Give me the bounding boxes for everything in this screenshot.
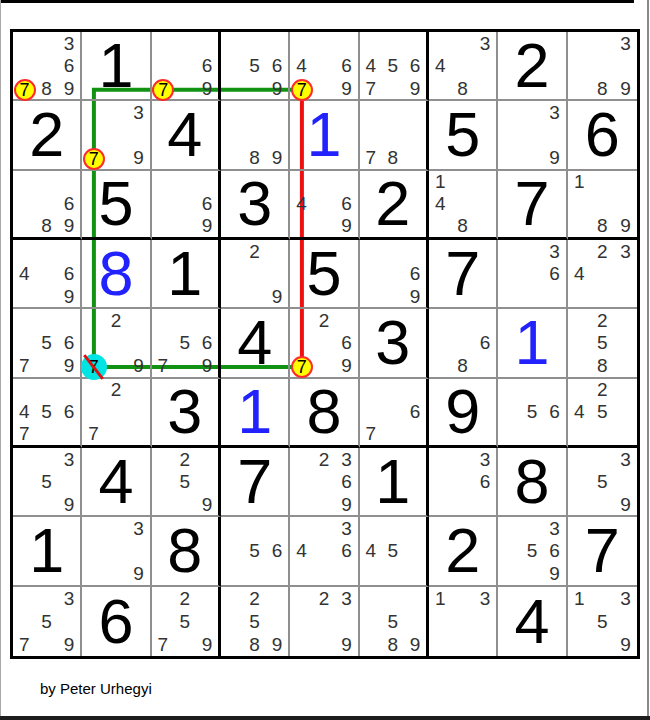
candidate-9: 9 <box>58 354 80 376</box>
candidate-3: 3 <box>127 101 149 123</box>
candidate-3: 3 <box>614 587 637 610</box>
cell-r9c6[interactable]: 589 <box>360 587 429 656</box>
cell-r7c4[interactable]: 7 <box>221 448 290 517</box>
given-digit: 4 <box>167 103 202 166</box>
cell-r5c8[interactable]: 1 <box>498 309 567 378</box>
candidate-4: 4 <box>360 54 382 76</box>
candidate-9: 9 <box>335 215 357 237</box>
candidate-9: 9 <box>614 633 637 656</box>
candidate-3: 3 <box>335 587 357 610</box>
candidate-8: 8 <box>382 633 404 656</box>
cell-r5c4[interactable]: 4 <box>221 309 290 378</box>
cell-r4c4[interactable]: 29 <box>221 240 290 309</box>
given-digit: 8 <box>306 380 341 443</box>
candidate-6: 6 <box>196 54 218 76</box>
cell-r7c8[interactable]: 8 <box>498 448 567 517</box>
candidate-6: 6 <box>335 54 357 76</box>
candidate-5: 5 <box>35 401 57 423</box>
cell-r4c8[interactable]: 36 <box>498 240 567 309</box>
cell-r6c9[interactable]: 245 <box>568 379 637 448</box>
cell-r7c9[interactable]: 359 <box>568 448 637 517</box>
candidate-7: 7 <box>152 77 174 99</box>
cell-r1c1[interactable]: 36789 <box>13 32 82 101</box>
cell-r4c9[interactable]: 234 <box>568 240 637 309</box>
sudoku-board: 3678916795694679456793482389237948917853… <box>10 29 640 659</box>
candidate-9: 9 <box>335 493 357 515</box>
candidate-8: 8 <box>35 215 57 237</box>
cell-r6c5[interactable]: 8 <box>290 379 359 448</box>
given-digit: 5 <box>306 242 341 305</box>
cell-r7c5[interactable]: 2369 <box>290 448 359 517</box>
cell-r8c9[interactable]: 7 <box>568 517 637 586</box>
candidate-2: 2 <box>243 587 265 610</box>
candidate-5: 5 <box>35 470 57 492</box>
candidate-9: 9 <box>127 354 149 376</box>
candidate-9: 9 <box>404 77 426 99</box>
candidate-9: 9 <box>58 493 80 515</box>
candidate-9: 9 <box>266 77 288 99</box>
candidate-4: 4 <box>13 262 35 284</box>
cell-r7c6[interactable]: 1 <box>360 448 429 517</box>
candidate-7: 7 <box>290 77 312 99</box>
candidate-5: 5 <box>174 332 196 354</box>
candidate-9: 9 <box>58 633 80 656</box>
solved-digit: 1 <box>306 103 341 166</box>
cell-r1c2[interactable]: 1 <box>82 32 151 101</box>
candidate-6: 6 <box>543 540 565 562</box>
candidate-9: 9 <box>58 285 80 307</box>
candidate-4: 4 <box>290 54 312 76</box>
candidate-6: 6 <box>404 401 426 423</box>
candidate-3: 3 <box>58 587 80 610</box>
candidate-3: 3 <box>58 32 80 54</box>
cell-r2c3[interactable]: 4 <box>152 101 221 170</box>
candidate-4: 4 <box>568 262 591 284</box>
candidate-7: 7 <box>290 354 312 376</box>
candidate-9: 9 <box>127 562 149 584</box>
candidate-6: 6 <box>335 193 357 215</box>
candidate-9: 9 <box>335 354 357 376</box>
candidate-6: 6 <box>266 540 288 562</box>
candidate-6: 6 <box>474 470 496 492</box>
cell-r6c2[interactable]: 27 <box>82 379 151 448</box>
candidate-5: 5 <box>591 610 614 633</box>
cell-r9c4[interactable]: 2589 <box>221 587 290 656</box>
candidate-9: 9 <box>196 354 218 376</box>
candidate-9: 9 <box>266 146 288 168</box>
candidate-6: 6 <box>266 54 288 76</box>
candidate-5: 5 <box>35 610 57 633</box>
candidate-9: 9 <box>196 77 218 99</box>
window-bottom-border <box>0 716 650 720</box>
cell-r5c6[interactable]: 3 <box>360 309 429 378</box>
candidate-6: 6 <box>335 332 357 354</box>
sudoku-grid: 3678916795694679456793482389237948917853… <box>13 32 637 656</box>
candidate-5: 5 <box>382 540 404 562</box>
cell-r6c8[interactable]: 56 <box>498 379 567 448</box>
given-digit: 1 <box>375 450 410 513</box>
candidate-2: 2 <box>105 309 127 331</box>
cell-r9c7[interactable]: 13 <box>429 587 498 656</box>
cell-r1c8[interactable]: 2 <box>498 32 567 101</box>
candidate-5: 5 <box>243 610 265 633</box>
candidate-1: 1 <box>429 171 451 193</box>
candidate-4: 4 <box>13 401 35 423</box>
candidate-7: 7 <box>13 354 35 376</box>
cell-r8c5[interactable]: 346 <box>290 517 359 586</box>
cell-r4c3[interactable]: 1 <box>152 240 221 309</box>
cell-r1c7[interactable]: 348 <box>429 32 498 101</box>
candidate-3: 3 <box>614 32 637 54</box>
candidate-7: 7 <box>82 423 104 445</box>
window-left-border <box>0 0 1 720</box>
cell-r4c6[interactable]: 69 <box>360 240 429 309</box>
given-digit: 5 <box>98 172 133 235</box>
given-digit: 2 <box>514 34 549 97</box>
window-top-border <box>0 0 634 3</box>
candidate-8: 8 <box>35 77 57 99</box>
cell-r4c7[interactable]: 7 <box>429 240 498 309</box>
candidate-9: 9 <box>614 77 637 99</box>
cell-r7c2[interactable]: 4 <box>82 448 151 517</box>
given-digit: 7 <box>514 172 549 235</box>
candidate-3: 3 <box>58 448 80 470</box>
candidate-7: 7 <box>13 633 35 656</box>
candidate-6: 6 <box>404 262 426 284</box>
cell-r8c8[interactable]: 3569 <box>498 517 567 586</box>
window-right-border <box>647 0 649 718</box>
candidate-5: 5 <box>382 54 404 76</box>
candidate-5: 5 <box>591 401 614 423</box>
candidate-9: 9 <box>196 215 218 237</box>
candidate-5: 5 <box>243 54 265 76</box>
cell-r5c5[interactable]: 2679 <box>290 309 359 378</box>
cell-r1c5[interactable]: 4679 <box>290 32 359 101</box>
candidate-3: 3 <box>335 517 357 539</box>
given-digit: 7 <box>237 450 272 513</box>
candidate-2: 2 <box>313 448 335 470</box>
candidate-6: 6 <box>58 193 80 215</box>
cell-r3c1[interactable]: 689 <box>13 171 82 240</box>
candidate-5: 5 <box>174 470 196 492</box>
candidate-2: 2 <box>313 309 335 331</box>
candidate-4: 4 <box>290 540 312 562</box>
candidate-6: 6 <box>58 332 80 354</box>
cell-r6c7[interactable]: 9 <box>429 379 498 448</box>
candidate-8: 8 <box>591 215 614 237</box>
candidate-4: 4 <box>429 54 451 76</box>
candidate-1: 1 <box>568 587 591 610</box>
solved-digit: 1 <box>237 380 272 443</box>
cell-r1c3[interactable]: 679 <box>152 32 221 101</box>
cell-r8c4[interactable]: 56 <box>221 517 290 586</box>
candidate-6: 6 <box>404 54 426 76</box>
candidate-5: 5 <box>243 540 265 562</box>
candidate-5: 5 <box>521 540 543 562</box>
candidate-6: 6 <box>58 262 80 284</box>
candidate-9: 9 <box>266 285 288 307</box>
given-digit: 3 <box>167 380 202 443</box>
candidate-2: 2 <box>243 240 265 262</box>
candidate-3: 3 <box>335 448 357 470</box>
cell-r3c3[interactable]: 69 <box>152 171 221 240</box>
candidate-5: 5 <box>591 470 614 492</box>
candidate-5: 5 <box>35 332 57 354</box>
solved-digit: 8 <box>98 242 133 305</box>
candidate-2: 2 <box>591 240 614 262</box>
candidate-9: 9 <box>404 285 426 307</box>
candidate-2: 2 <box>313 587 335 610</box>
cell-r7c3[interactable]: 259 <box>152 448 221 517</box>
candidate-8: 8 <box>591 77 614 99</box>
candidate-9: 9 <box>196 633 218 656</box>
cell-r2c2[interactable]: 379 <box>82 101 151 170</box>
candidate-8: 8 <box>243 146 265 168</box>
candidate-6: 6 <box>474 332 496 354</box>
given-digit: 2 <box>445 519 480 582</box>
candidate-9: 9 <box>543 562 565 584</box>
candidate-6: 6 <box>543 262 565 284</box>
candidate-1: 1 <box>568 171 591 193</box>
cell-r2c9[interactable]: 6 <box>568 101 637 170</box>
candidate-9: 9 <box>58 77 80 99</box>
candidate-6: 6 <box>58 401 80 423</box>
candidate-8: 8 <box>382 146 404 168</box>
candidate-9: 9 <box>614 493 637 515</box>
cell-r6c1[interactable]: 4567 <box>13 379 82 448</box>
candidate-4: 4 <box>290 193 312 215</box>
cell-r2c4[interactable]: 89 <box>221 101 290 170</box>
candidate-6: 6 <box>543 401 565 423</box>
cell-r9c8[interactable]: 4 <box>498 587 567 656</box>
given-digit: 4 <box>237 311 272 374</box>
given-digit: 8 <box>167 519 202 582</box>
candidate-7: 7 <box>360 77 382 99</box>
candidate-7: 7 <box>360 146 382 168</box>
given-digit: 1 <box>98 34 133 97</box>
cell-r8c3[interactable]: 8 <box>152 517 221 586</box>
candidate-9: 9 <box>127 146 149 168</box>
candidate-3: 3 <box>543 517 565 539</box>
candidate-3: 3 <box>474 448 496 470</box>
cell-r1c6[interactable]: 45679 <box>360 32 429 101</box>
candidate-9: 9 <box>266 633 288 656</box>
cell-r8c1[interactable]: 1 <box>13 517 82 586</box>
candidate-9: 9 <box>335 633 357 656</box>
candidate-9: 9 <box>543 146 565 168</box>
cell-r2c1[interactable]: 2 <box>13 101 82 170</box>
cell-r3c8[interactable]: 7 <box>498 171 567 240</box>
cell-r9c1[interactable]: 3579 <box>13 587 82 656</box>
cell-r7c1[interactable]: 359 <box>13 448 82 517</box>
given-digit: 4 <box>514 590 549 653</box>
cell-r3c2[interactable]: 5 <box>82 171 151 240</box>
candidate-3: 3 <box>614 240 637 262</box>
cell-r8c7[interactable]: 2 <box>429 517 498 586</box>
candidate-1: 1 <box>429 587 451 610</box>
candidate-3: 3 <box>614 448 637 470</box>
cell-r2c7[interactable]: 5 <box>429 101 498 170</box>
cell-r4c5[interactable]: 5 <box>290 240 359 309</box>
given-digit: 6 <box>585 103 620 166</box>
cell-r1c9[interactable]: 389 <box>568 32 637 101</box>
candidate-6: 6 <box>58 54 80 76</box>
candidate-3: 3 <box>543 240 565 262</box>
given-digit: 2 <box>29 103 64 166</box>
cell-r5c1[interactable]: 5679 <box>13 309 82 378</box>
cell-r3c6[interactable]: 2 <box>360 171 429 240</box>
given-digit: 3 <box>375 311 410 374</box>
cell-r2c5[interactable]: 1 <box>290 101 359 170</box>
candidate-4: 4 <box>360 540 382 562</box>
cell-r3c9[interactable]: 189 <box>568 171 637 240</box>
cell-r6c4[interactable]: 1 <box>221 379 290 448</box>
cell-r6c3[interactable]: 3 <box>152 379 221 448</box>
candidate-7: 7 <box>13 77 35 99</box>
cell-r7c7[interactable]: 36 <box>429 448 498 517</box>
candidate-6: 6 <box>335 470 357 492</box>
candidate-8: 8 <box>451 215 473 237</box>
cell-r4c2[interactable]: 8 <box>82 240 151 309</box>
candidate-9: 9 <box>404 633 426 656</box>
given-digit: 1 <box>167 242 202 305</box>
candidate-8: 8 <box>451 77 473 99</box>
cell-r9c3[interactable]: 2579 <box>152 587 221 656</box>
cell-r5c9[interactable]: 258 <box>568 309 637 378</box>
candidate-9: 9 <box>196 493 218 515</box>
given-digit: 5 <box>445 103 480 166</box>
candidate-5: 5 <box>521 401 543 423</box>
candidate-2: 2 <box>174 587 196 610</box>
candidate-7: 7 <box>360 423 382 445</box>
given-digit: 8 <box>514 450 549 513</box>
cell-r8c2[interactable]: 39 <box>82 517 151 586</box>
candidate-7: 7 <box>82 354 104 376</box>
cell-r9c2[interactable]: 6 <box>82 587 151 656</box>
candidate-9: 9 <box>335 77 357 99</box>
cell-r5c7[interactable]: 68 <box>429 309 498 378</box>
candidate-6: 6 <box>196 193 218 215</box>
candidate-9: 9 <box>58 215 80 237</box>
cell-r3c5[interactable]: 469 <box>290 171 359 240</box>
cell-r5c3[interactable]: 5679 <box>152 309 221 378</box>
given-digit: 6 <box>98 590 133 653</box>
candidate-3: 3 <box>474 32 496 54</box>
candidate-2: 2 <box>591 379 614 401</box>
candidate-3: 3 <box>474 587 496 610</box>
given-digit: 3 <box>237 172 272 235</box>
cell-r4c1[interactable]: 469 <box>13 240 82 309</box>
candidate-5: 5 <box>174 610 196 633</box>
cell-r6c6[interactable]: 67 <box>360 379 429 448</box>
candidate-3: 3 <box>127 517 149 539</box>
given-digit: 1 <box>29 519 64 582</box>
candidate-5: 5 <box>382 610 404 633</box>
candidate-9: 9 <box>614 215 637 237</box>
author-credit: by Peter Urhegyi <box>40 680 152 697</box>
candidate-5: 5 <box>591 332 614 354</box>
candidate-7: 7 <box>13 423 35 445</box>
candidate-4: 4 <box>568 401 591 423</box>
cell-r2c8[interactable]: 39 <box>498 101 567 170</box>
cell-r3c7[interactable]: 148 <box>429 171 498 240</box>
given-digit: 4 <box>98 450 133 513</box>
candidate-4: 4 <box>429 193 451 215</box>
given-digit: 9 <box>445 380 480 443</box>
solved-digit: 1 <box>514 311 549 374</box>
candidate-8: 8 <box>591 354 614 376</box>
candidate-7: 7 <box>152 354 174 376</box>
candidate-3: 3 <box>543 101 565 123</box>
cell-r3c4[interactable]: 3 <box>221 171 290 240</box>
cell-r9c9[interactable]: 1359 <box>568 587 637 656</box>
candidate-7: 7 <box>152 633 174 656</box>
given-digit: 7 <box>585 519 620 582</box>
cell-r9c5[interactable]: 239 <box>290 587 359 656</box>
candidate-2: 2 <box>591 309 614 331</box>
cell-r5c2[interactable]: 279 <box>82 309 151 378</box>
candidate-6: 6 <box>196 332 218 354</box>
candidate-2: 2 <box>174 448 196 470</box>
candidate-7: 7 <box>82 146 104 168</box>
cell-r2c6[interactable]: 78 <box>360 101 429 170</box>
cell-r1c4[interactable]: 569 <box>221 32 290 101</box>
candidate-6: 6 <box>335 540 357 562</box>
candidate-8: 8 <box>451 354 473 376</box>
candidate-8: 8 <box>243 633 265 656</box>
cell-r8c6[interactable]: 45 <box>360 517 429 586</box>
candidate-2: 2 <box>105 379 127 401</box>
given-digit: 2 <box>375 172 410 235</box>
given-digit: 7 <box>445 242 480 305</box>
